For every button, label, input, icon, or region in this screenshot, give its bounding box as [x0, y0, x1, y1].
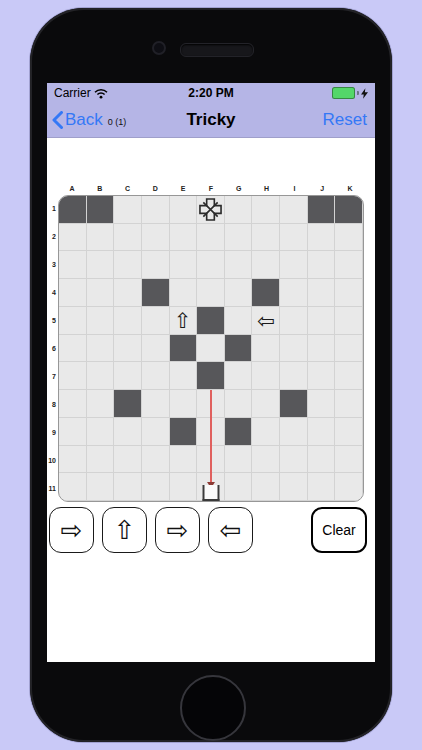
cell-I5[interactable]: [280, 307, 308, 335]
row-label-9: 9: [47, 418, 56, 446]
cell-D4[interactable]: [142, 279, 170, 307]
cell-B2[interactable]: [87, 224, 115, 252]
cell-H9[interactable]: [252, 418, 280, 446]
cell-C1[interactable]: [114, 196, 142, 224]
up-arrow-piece[interactable]: ⇧: [174, 310, 192, 331]
row-label-6: 6: [47, 335, 56, 363]
cell-D1[interactable]: [142, 196, 170, 224]
cell-K3[interactable]: [335, 251, 363, 279]
cell-K4[interactable]: [335, 279, 363, 307]
cell-E5[interactable]: ⇧: [170, 307, 198, 335]
reset-button[interactable]: Reset: [323, 110, 375, 130]
column-label-J: J: [308, 184, 336, 194]
cell-J8[interactable]: [308, 390, 336, 418]
cell-B10[interactable]: [87, 446, 115, 474]
cell-G2[interactable]: [225, 224, 253, 252]
row-label-3: 3: [47, 251, 56, 279]
cell-K1[interactable]: [335, 196, 363, 224]
cell-F6[interactable]: [197, 335, 225, 363]
cell-H5[interactable]: ⇦: [252, 307, 280, 335]
cell-A5[interactable]: [59, 307, 87, 335]
cell-D2[interactable]: [142, 224, 170, 252]
cell-C5[interactable]: [114, 307, 142, 335]
cell-I3[interactable]: [280, 251, 308, 279]
column-label-D: D: [141, 184, 169, 194]
clock: 2:20 PM: [47, 86, 375, 100]
cell-A1[interactable]: [59, 196, 87, 224]
puzzle-content: ABCDEFGHIJK 1234567891011 ⇧⇦ ⇨⇧⇨⇦Clear: [47, 138, 375, 662]
column-label-C: C: [114, 184, 142, 194]
cell-F3[interactable]: [197, 251, 225, 279]
arrow-toolbar: ⇨⇧⇨⇦Clear: [49, 506, 367, 554]
chevron-left-icon: [52, 111, 63, 129]
row-label-10: 10: [47, 446, 56, 474]
clear-button[interactable]: Clear: [311, 507, 367, 553]
column-label-K: K: [336, 184, 364, 194]
column-label-F: F: [197, 184, 225, 194]
cell-I10[interactable]: [280, 446, 308, 474]
cell-K11[interactable]: [335, 473, 363, 501]
right-arrow-button[interactable]: ⇨: [49, 507, 94, 553]
cell-G3[interactable]: [225, 251, 253, 279]
cell-B7[interactable]: [87, 362, 115, 390]
back-button[interactable]: Back: [47, 110, 103, 130]
cell-G8[interactable]: [225, 390, 253, 418]
column-label-G: G: [225, 184, 253, 194]
cell-F2[interactable]: [197, 224, 225, 252]
screenshot-page: Carrier 2:20 PM: [0, 0, 422, 750]
cell-F7[interactable]: [197, 362, 225, 390]
cell-E3[interactable]: [170, 251, 198, 279]
right-arrow-button-2[interactable]: ⇨: [155, 507, 200, 553]
cell-H3[interactable]: [252, 251, 280, 279]
cell-B3[interactable]: [87, 251, 115, 279]
cell-I6[interactable]: [280, 335, 308, 363]
cell-E4[interactable]: [170, 279, 198, 307]
cell-E8[interactable]: [170, 390, 198, 418]
cell-J6[interactable]: [308, 335, 336, 363]
move-cross-icon[interactable]: [199, 198, 222, 221]
cell-K9[interactable]: [335, 418, 363, 446]
red-path-line: [210, 390, 212, 486]
board-grid[interactable]: ⇧⇦: [58, 195, 364, 502]
cell-E11[interactable]: [170, 473, 198, 501]
home-button[interactable]: [180, 675, 246, 741]
row-label-1: 1: [47, 195, 56, 223]
cell-A7[interactable]: [59, 362, 87, 390]
cell-C3[interactable]: [114, 251, 142, 279]
moves-counter: 0 (1): [108, 117, 127, 127]
cell-B6[interactable]: [87, 335, 115, 363]
cell-C8[interactable]: [114, 390, 142, 418]
cell-K6[interactable]: [335, 335, 363, 363]
cell-D3[interactable]: [142, 251, 170, 279]
row-labels: 1234567891011: [47, 195, 56, 502]
cell-E10[interactable]: [170, 446, 198, 474]
cell-J5[interactable]: [308, 307, 336, 335]
phone-frame: Carrier 2:20 PM: [30, 8, 392, 742]
cell-G5[interactable]: [225, 307, 253, 335]
charging-bolt-icon: [361, 88, 368, 99]
back-label: Back: [65, 110, 103, 130]
cell-A2[interactable]: [59, 224, 87, 252]
cell-C7[interactable]: [114, 362, 142, 390]
cell-A8[interactable]: [59, 390, 87, 418]
column-label-B: B: [86, 184, 114, 194]
cell-E7[interactable]: [170, 362, 198, 390]
cell-D6[interactable]: [142, 335, 170, 363]
cell-H11[interactable]: [252, 473, 280, 501]
up-arrow-button[interactable]: ⇧: [102, 507, 147, 553]
row-label-11: 11: [47, 474, 56, 502]
cell-H8[interactable]: [252, 390, 280, 418]
cell-E1[interactable]: [170, 196, 198, 224]
battery-tip: [357, 91, 359, 95]
cell-J7[interactable]: [308, 362, 336, 390]
app-screen: Carrier 2:20 PM: [47, 83, 375, 662]
cell-A9[interactable]: [59, 418, 87, 446]
cell-G9[interactable]: [225, 418, 253, 446]
cell-E6[interactable]: [170, 335, 198, 363]
cell-D5[interactable]: [142, 307, 170, 335]
cell-H10[interactable]: [252, 446, 280, 474]
column-labels: ABCDEFGHIJK: [58, 184, 364, 194]
row-label-2: 2: [47, 223, 56, 251]
cell-C10[interactable]: [114, 446, 142, 474]
row-label-5: 5: [47, 307, 56, 335]
cell-H4[interactable]: [252, 279, 280, 307]
left-arrow-piece[interactable]: ⇦: [257, 310, 275, 331]
cell-B4[interactable]: [87, 279, 115, 307]
cup-target: [203, 485, 220, 501]
cell-J2[interactable]: [308, 224, 336, 252]
cell-D9[interactable]: [142, 418, 170, 446]
cell-C4[interactable]: [114, 279, 142, 307]
battery-icon: [332, 87, 355, 99]
cell-G11[interactable]: [225, 473, 253, 501]
cell-G4[interactable]: [225, 279, 253, 307]
cell-H7[interactable]: [252, 362, 280, 390]
left-arrow-button[interactable]: ⇦: [208, 507, 253, 553]
cell-B8[interactable]: [87, 390, 115, 418]
cell-D11[interactable]: [142, 473, 170, 501]
cell-F5[interactable]: [197, 307, 225, 335]
row-label-7: 7: [47, 362, 56, 390]
cell-A3[interactable]: [59, 251, 87, 279]
cell-A11[interactable]: [59, 473, 87, 501]
column-label-A: A: [58, 184, 86, 194]
cell-E2[interactable]: [170, 224, 198, 252]
cell-H6[interactable]: [252, 335, 280, 363]
cell-J9[interactable]: [308, 418, 336, 446]
cell-C6[interactable]: [114, 335, 142, 363]
cell-J4[interactable]: [308, 279, 336, 307]
status-bar: Carrier 2:20 PM: [47, 83, 375, 103]
column-label-I: I: [281, 184, 309, 194]
cell-J1[interactable]: [308, 196, 336, 224]
cell-K5[interactable]: [335, 307, 363, 335]
cell-C2[interactable]: [114, 224, 142, 252]
cell-D7[interactable]: [142, 362, 170, 390]
cell-C11[interactable]: [114, 473, 142, 501]
cell-G10[interactable]: [225, 446, 253, 474]
cell-G7[interactable]: [225, 362, 253, 390]
cell-A6[interactable]: [59, 335, 87, 363]
cell-A4[interactable]: [59, 279, 87, 307]
cell-C9[interactable]: [114, 418, 142, 446]
cell-D10[interactable]: [142, 446, 170, 474]
cell-I7[interactable]: [280, 362, 308, 390]
cell-J10[interactable]: [308, 446, 336, 474]
cell-G1[interactable]: [225, 196, 253, 224]
row-label-8: 8: [47, 390, 56, 418]
cell-K2[interactable]: [335, 224, 363, 252]
column-label-E: E: [169, 184, 197, 194]
cell-I1[interactable]: [280, 196, 308, 224]
cell-B9[interactable]: [87, 418, 115, 446]
cell-A10[interactable]: [59, 446, 87, 474]
cell-I2[interactable]: [280, 224, 308, 252]
front-camera: [152, 41, 166, 55]
cell-I11[interactable]: [280, 473, 308, 501]
cell-K8[interactable]: [335, 390, 363, 418]
cell-D8[interactable]: [142, 390, 170, 418]
cell-J11[interactable]: [308, 473, 336, 501]
cell-B5[interactable]: [87, 307, 115, 335]
cell-H1[interactable]: [252, 196, 280, 224]
cell-G6[interactable]: [225, 335, 253, 363]
earpiece-speaker: [180, 43, 254, 57]
cell-J3[interactable]: [308, 251, 336, 279]
cell-K10[interactable]: [335, 446, 363, 474]
row-label-4: 4: [47, 279, 56, 307]
cell-F4[interactable]: [197, 279, 225, 307]
cell-K7[interactable]: [335, 362, 363, 390]
cell-B1[interactable]: [87, 196, 115, 224]
cell-I9[interactable]: [280, 418, 308, 446]
cell-F1[interactable]: [197, 196, 225, 224]
cell-I8[interactable]: [280, 390, 308, 418]
column-label-H: H: [253, 184, 281, 194]
cell-E9[interactable]: [170, 418, 198, 446]
cell-I4[interactable]: [280, 279, 308, 307]
cell-H2[interactable]: [252, 224, 280, 252]
cell-B11[interactable]: [87, 473, 115, 501]
navigation-bar: Back 0 (1) Tricky Reset: [47, 103, 375, 138]
